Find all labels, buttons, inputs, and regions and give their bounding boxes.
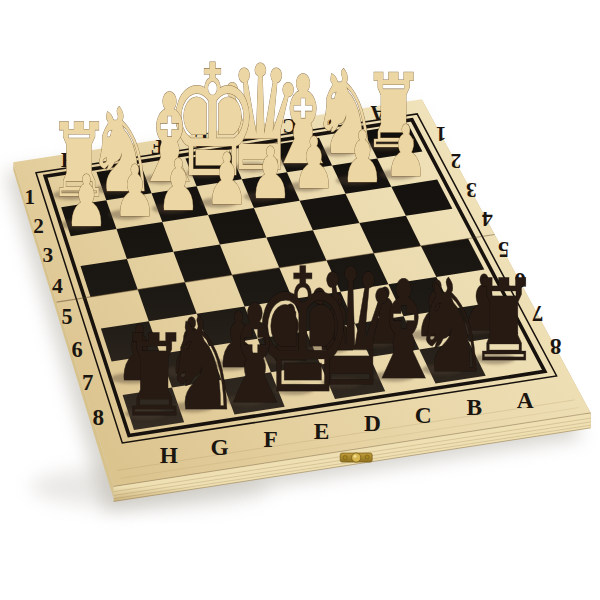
rank-label-left-8-text: 8 [93, 404, 105, 430]
white-pawn-glyph: ♟ [157, 143, 200, 226]
chess-board: HHGGFFEEDDCCBBAA1122334455667788♜♞♝♛♚♟♝♟… [0, 0, 600, 600]
file-label-near-H: H [160, 442, 178, 468]
rank-label-right-1: 1 [436, 122, 446, 146]
rank-label-left-2-text: 2 [33, 214, 44, 238]
piece-white-pawn-a2: ♟ [384, 109, 427, 192]
chess-set-product-photo: HHGGFFEEDDCCBBAA1122334455667788♜♞♝♛♚♟♝♟… [0, 0, 600, 600]
file-label-near-A-text: A [517, 387, 534, 413]
rank-label-right-4: 4 [482, 207, 493, 231]
rank-label-left-3-text: 3 [43, 243, 54, 267]
piece-white-pawn-f2: ♟ [157, 143, 200, 226]
rank-label-left-3: 3 [43, 243, 54, 267]
rank-label-left-1-text: 1 [24, 185, 34, 209]
white-pawn-glyph: ♟ [384, 109, 427, 192]
rank-label-left-4-text: 4 [52, 274, 63, 298]
white-pawn-glyph: ♟ [205, 137, 248, 220]
rank-label-left-6: 6 [72, 337, 83, 362]
rank-label-right-3-text: 3 [466, 178, 477, 202]
rank-label-left-7: 7 [82, 370, 93, 395]
brass-clasp [340, 453, 372, 462]
rank-label-left-4: 4 [52, 274, 63, 298]
rank-label-right-3: 3 [466, 178, 477, 202]
piece-black-rook-h8: ♜ [120, 310, 189, 442]
rank-label-left-5: 5 [62, 304, 73, 329]
rank-label-left-8: 8 [93, 404, 105, 430]
rank-label-left-1: 1 [24, 185, 34, 209]
white-pawn-glyph: ♟ [65, 159, 108, 242]
white-pawn-glyph: ♟ [292, 121, 335, 204]
piece-white-pawn-e2: ♟ [205, 137, 248, 220]
file-label-near-A: A [517, 387, 534, 413]
rank-label-left-5-text: 5 [62, 304, 73, 329]
piece-white-pawn-c2: ♟ [292, 121, 335, 204]
rank-label-left-7-text: 7 [82, 370, 93, 395]
white-pawn-glyph: ♟ [341, 115, 384, 198]
piece-white-pawn-b2: ♟ [341, 115, 384, 198]
file-label-near-H-text: H [160, 442, 178, 468]
rank-label-left-2: 2 [33, 214, 44, 238]
rank-label-right-2: 2 [451, 149, 462, 173]
piece-white-pawn-d2: ♟ [249, 131, 292, 214]
rank-label-right-2-text: 2 [451, 149, 462, 173]
piece-white-pawn-h2: ♟ [65, 159, 108, 242]
rank-label-right-4-text: 4 [482, 207, 493, 231]
white-pawn-glyph: ♟ [113, 149, 156, 232]
rank-label-right-8-text: 8 [550, 334, 562, 360]
rank-label-right-8: 8 [550, 334, 562, 360]
rank-label-right-1-text: 1 [436, 122, 446, 146]
piece-white-pawn-g2: ♟ [113, 149, 156, 232]
white-pawn-glyph: ♟ [249, 131, 292, 214]
black-rook-glyph: ♜ [120, 310, 189, 442]
rank-label-left-6-text: 6 [72, 337, 83, 362]
